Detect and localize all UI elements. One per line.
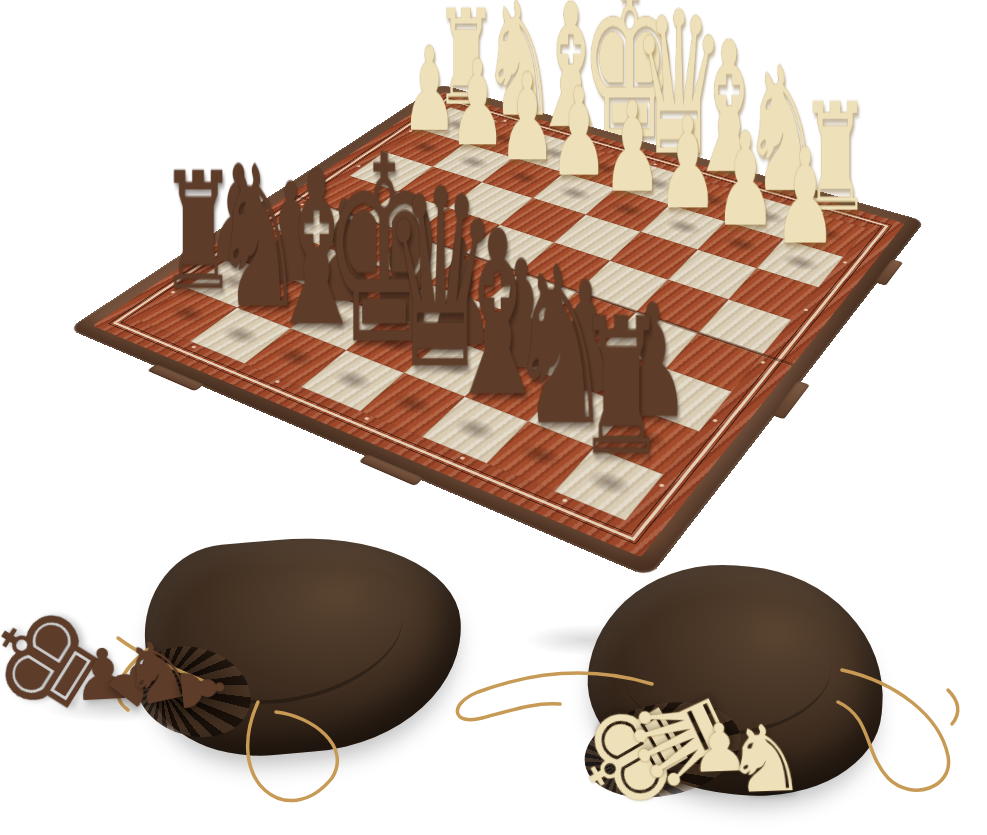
white-knight-spilled[interactable]: ♞: [722, 713, 808, 808]
product-photo: ♜♞♝♚♛♝♞♜♟♟♟♟♟♟♟♟♟♟♟♟♟♟♟♟♜♞♝♚♛♝♞♜ ♚♟♟♞♟♚♛…: [0, 0, 987, 835]
black-pawn-spilled[interactable]: ♟: [170, 660, 233, 718]
spilled-pieces-layer: ♚♟♟♞♟♚♛♟♞: [0, 0, 987, 835]
